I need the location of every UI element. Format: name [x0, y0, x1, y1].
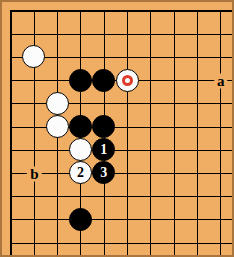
black-stone-numbered: 3 — [92, 161, 115, 184]
black-stone — [69, 115, 92, 138]
grid-line-horizontal — [10, 103, 232, 104]
white-stone — [46, 92, 69, 115]
black-stone — [69, 69, 92, 92]
grid-line-horizontal — [10, 243, 232, 244]
black-stone-numbered: 1 — [92, 138, 115, 161]
move-number: 1 — [100, 143, 107, 157]
black-stone — [69, 208, 92, 231]
point-label-a: a — [214, 74, 228, 89]
grid-line-horizontal — [10, 196, 232, 197]
grid-line-horizontal — [10, 173, 232, 174]
grid-line-vertical — [197, 10, 198, 255]
white-stone — [69, 138, 92, 161]
circle-marker-icon — [122, 75, 133, 86]
white-stone — [46, 115, 69, 138]
grid-line-horizontal — [10, 127, 232, 128]
grid-line-vertical — [220, 10, 221, 255]
grid-line-vertical — [10, 10, 12, 255]
point-label-b: b — [27, 166, 41, 181]
grid-line-horizontal — [10, 34, 232, 35]
black-stone — [92, 69, 115, 92]
grid-line-vertical — [127, 10, 128, 255]
white-stone-marked — [116, 69, 139, 92]
move-number: 2 — [77, 166, 84, 180]
grid-line-vertical — [174, 10, 175, 255]
grid-line-horizontal — [10, 219, 232, 220]
move-number: 3 — [100, 166, 107, 180]
white-stone-numbered: 2 — [69, 161, 92, 184]
black-stone — [92, 115, 115, 138]
grid-line-horizontal — [10, 150, 232, 151]
grid-line-vertical — [150, 10, 151, 255]
white-stone — [22, 45, 45, 68]
go-board-diagram: 123ab — [0, 0, 234, 257]
grid-line-horizontal — [10, 10, 232, 12]
